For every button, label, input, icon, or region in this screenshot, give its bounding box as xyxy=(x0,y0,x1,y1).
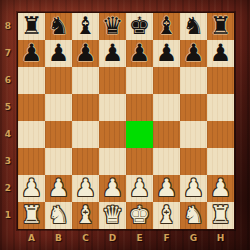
white-queen-d1[interactable]: ♛ xyxy=(102,202,124,229)
square-a1[interactable]: ♜ xyxy=(18,202,45,229)
black-pawn-f7[interactable]: ♟ xyxy=(156,40,178,67)
square-g4[interactable] xyxy=(180,121,207,148)
rank-labels: 87654321 xyxy=(0,13,18,229)
black-pawn-e7[interactable]: ♟ xyxy=(129,40,151,67)
white-pawn-d2[interactable]: ♟ xyxy=(102,175,124,202)
square-c5[interactable] xyxy=(72,94,99,121)
chess-board-frame: 87654321 ABCDEFGH ♜♞♝♛♚♝♞♜♟♟♟♟♟♟♟♟♟♟♟♟♟♟… xyxy=(0,0,250,250)
file-label-e: E xyxy=(126,229,153,250)
square-g3[interactable] xyxy=(180,148,207,175)
white-pawn-f2[interactable]: ♟ xyxy=(156,175,178,202)
square-g6[interactable] xyxy=(180,67,207,94)
black-knight-b8[interactable]: ♞ xyxy=(48,13,70,40)
file-label-a: A xyxy=(18,229,45,250)
white-pawn-e2[interactable]: ♟ xyxy=(129,175,151,202)
white-knight-g1[interactable]: ♞ xyxy=(183,202,205,229)
black-pawn-d7[interactable]: ♟ xyxy=(102,40,124,67)
square-h1[interactable]: ♜ xyxy=(207,202,234,229)
square-c4[interactable] xyxy=(72,121,99,148)
rank-label-7: 7 xyxy=(0,40,16,67)
black-pawn-b7[interactable]: ♟ xyxy=(48,40,70,67)
file-label-g: G xyxy=(180,229,207,250)
highlight-square-e4[interactable] xyxy=(126,121,153,148)
square-e3[interactable] xyxy=(126,148,153,175)
square-a4[interactable] xyxy=(18,121,45,148)
square-e5[interactable] xyxy=(126,94,153,121)
square-h5[interactable] xyxy=(207,94,234,121)
square-h8[interactable]: ♜ xyxy=(207,13,234,40)
square-b6[interactable] xyxy=(45,67,72,94)
square-d4[interactable] xyxy=(99,121,126,148)
file-label-c: C xyxy=(72,229,99,250)
file-label-f: F xyxy=(153,229,180,250)
rank-label-1: 1 xyxy=(0,202,16,229)
square-c8[interactable]: ♝ xyxy=(72,13,99,40)
black-rook-h8[interactable]: ♜ xyxy=(210,13,232,40)
square-h3[interactable] xyxy=(207,148,234,175)
square-f3[interactable] xyxy=(153,148,180,175)
square-d6[interactable] xyxy=(99,67,126,94)
white-pawn-b2[interactable]: ♟ xyxy=(48,175,70,202)
square-a7[interactable]: ♟ xyxy=(18,40,45,67)
white-rook-a1[interactable]: ♜ xyxy=(21,202,43,229)
rank-label-4: 4 xyxy=(0,121,16,148)
square-h2[interactable]: ♟ xyxy=(207,175,234,202)
square-b3[interactable] xyxy=(45,148,72,175)
black-queen-d8[interactable]: ♛ xyxy=(102,13,124,40)
square-b2[interactable]: ♟ xyxy=(45,175,72,202)
square-a6[interactable] xyxy=(18,67,45,94)
square-g2[interactable]: ♟ xyxy=(180,175,207,202)
square-b5[interactable] xyxy=(45,94,72,121)
square-c1[interactable]: ♝ xyxy=(72,202,99,229)
square-d2[interactable]: ♟ xyxy=(99,175,126,202)
white-pawn-c2[interactable]: ♟ xyxy=(75,175,97,202)
file-label-h: H xyxy=(207,229,234,250)
chess-board[interactable]: ♜♞♝♛♚♝♞♜♟♟♟♟♟♟♟♟♟♟♟♟♟♟♟♟♜♞♝♛♚♝♞♜ xyxy=(18,13,234,229)
black-knight-g8[interactable]: ♞ xyxy=(183,13,205,40)
square-h6[interactable] xyxy=(207,67,234,94)
square-g5[interactable] xyxy=(180,94,207,121)
square-c6[interactable] xyxy=(72,67,99,94)
square-f6[interactable] xyxy=(153,67,180,94)
square-b1[interactable]: ♞ xyxy=(45,202,72,229)
white-pawn-g2[interactable]: ♟ xyxy=(183,175,205,202)
rank-label-8: 8 xyxy=(0,13,16,40)
black-bishop-c8[interactable]: ♝ xyxy=(75,13,97,40)
rank-label-3: 3 xyxy=(0,148,16,175)
white-knight-b1[interactable]: ♞ xyxy=(48,202,70,229)
rank-label-2: 2 xyxy=(0,175,16,202)
square-h7[interactable]: ♟ xyxy=(207,40,234,67)
square-g8[interactable]: ♞ xyxy=(180,13,207,40)
rank-label-5: 5 xyxy=(0,94,16,121)
white-rook-h1[interactable]: ♜ xyxy=(210,202,232,229)
square-g7[interactable]: ♟ xyxy=(180,40,207,67)
square-d7[interactable]: ♟ xyxy=(99,40,126,67)
square-d5[interactable] xyxy=(99,94,126,121)
square-d3[interactable] xyxy=(99,148,126,175)
square-b4[interactable] xyxy=(45,121,72,148)
file-label-d: D xyxy=(99,229,126,250)
white-king-e1[interactable]: ♚ xyxy=(129,202,151,229)
square-f4[interactable] xyxy=(153,121,180,148)
square-a2[interactable]: ♟ xyxy=(18,175,45,202)
square-h4[interactable] xyxy=(207,121,234,148)
white-bishop-f1[interactable]: ♝ xyxy=(156,202,178,229)
white-bishop-c1[interactable]: ♝ xyxy=(75,202,97,229)
square-a8[interactable]: ♜ xyxy=(18,13,45,40)
file-labels: ABCDEFGH xyxy=(18,229,234,250)
square-f2[interactable]: ♟ xyxy=(153,175,180,202)
square-e8[interactable]: ♚ xyxy=(126,13,153,40)
square-d1[interactable]: ♛ xyxy=(99,202,126,229)
square-a5[interactable] xyxy=(18,94,45,121)
square-c3[interactable] xyxy=(72,148,99,175)
black-pawn-a7[interactable]: ♟ xyxy=(21,40,43,67)
square-f7[interactable]: ♟ xyxy=(153,40,180,67)
square-e6[interactable] xyxy=(126,67,153,94)
file-label-b: B xyxy=(45,229,72,250)
rank-label-6: 6 xyxy=(0,67,16,94)
square-d8[interactable]: ♛ xyxy=(99,13,126,40)
square-f8[interactable]: ♝ xyxy=(153,13,180,40)
square-c7[interactable]: ♟ xyxy=(72,40,99,67)
white-pawn-a2[interactable]: ♟ xyxy=(21,175,43,202)
black-pawn-h7[interactable]: ♟ xyxy=(210,40,232,67)
square-e7[interactable]: ♟ xyxy=(126,40,153,67)
white-pawn-h2[interactable]: ♟ xyxy=(210,175,232,202)
square-f5[interactable] xyxy=(153,94,180,121)
square-e1[interactable]: ♚ xyxy=(126,202,153,229)
square-f1[interactable]: ♝ xyxy=(153,202,180,229)
square-c2[interactable]: ♟ xyxy=(72,175,99,202)
square-b8[interactable]: ♞ xyxy=(45,13,72,40)
black-pawn-g7[interactable]: ♟ xyxy=(183,40,205,67)
square-g1[interactable]: ♞ xyxy=(180,202,207,229)
square-e2[interactable]: ♟ xyxy=(126,175,153,202)
black-bishop-f8[interactable]: ♝ xyxy=(156,13,178,40)
black-king-e8[interactable]: ♚ xyxy=(129,13,151,40)
square-b7[interactable]: ♟ xyxy=(45,40,72,67)
black-pawn-c7[interactable]: ♟ xyxy=(75,40,97,67)
square-a3[interactable] xyxy=(18,148,45,175)
black-rook-a8[interactable]: ♜ xyxy=(21,13,43,40)
